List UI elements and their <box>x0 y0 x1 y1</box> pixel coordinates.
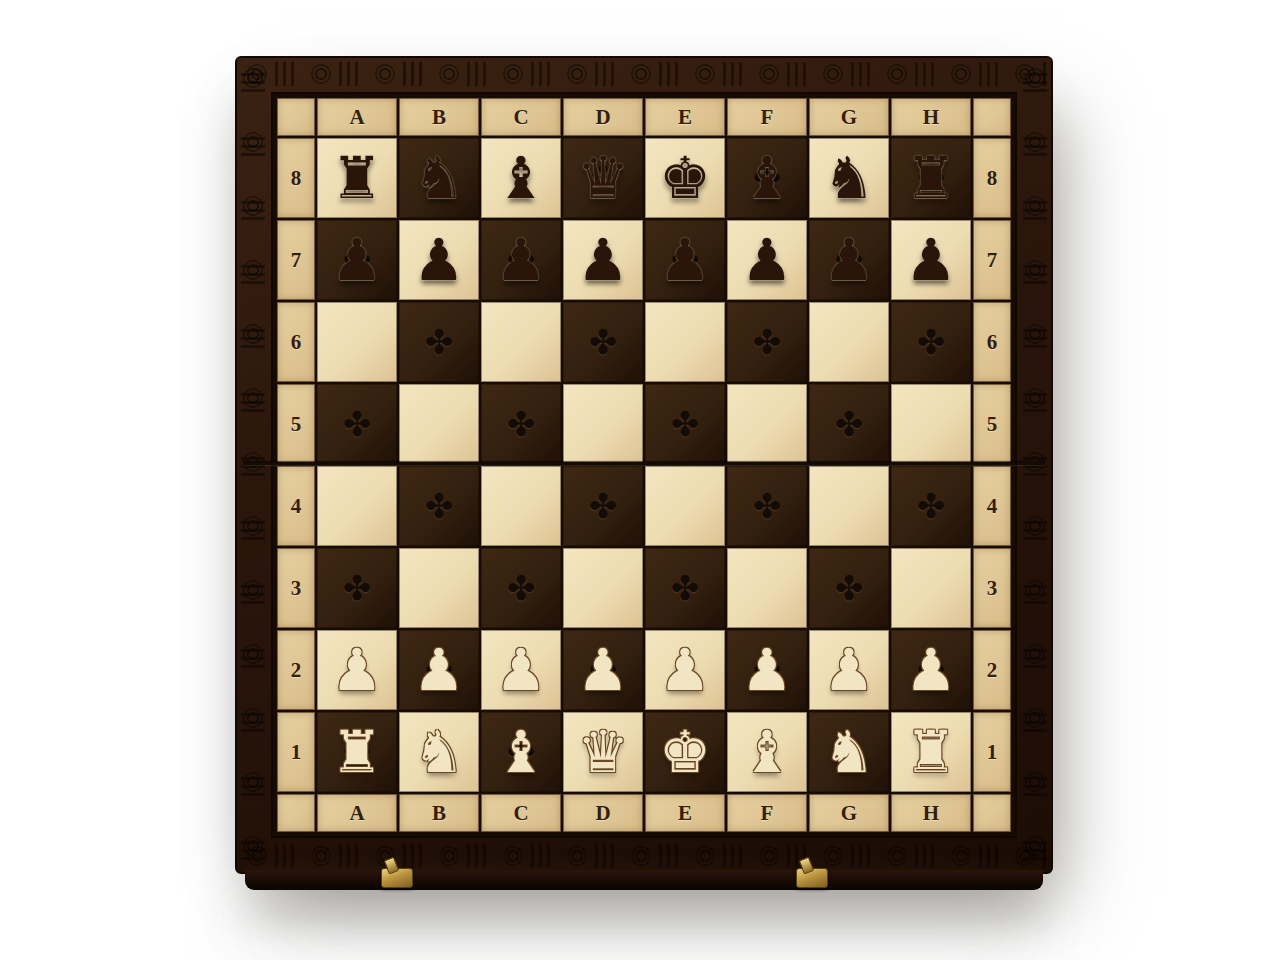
rank-label-4-right: 4 <box>973 466 1011 546</box>
square-g3[interactable] <box>809 548 889 628</box>
black-queen-d8[interactable]: ♛ <box>577 149 629 207</box>
black-pawn-e7[interactable]: ♟ <box>659 231 711 289</box>
white-knight-b1[interactable]: ♞ <box>413 723 465 781</box>
file-label-f-bottom: F <box>727 794 807 832</box>
square-e3[interactable] <box>645 548 725 628</box>
square-e5[interactable] <box>645 384 725 464</box>
square-c2[interactable]: ♟ <box>481 630 561 710</box>
rank-label-6-right: 6 <box>973 302 1011 382</box>
square-c1[interactable]: ♝ <box>481 712 561 792</box>
square-b1[interactable]: ♞ <box>399 712 479 792</box>
rank-label-7-right: 7 <box>973 220 1011 300</box>
square-e7[interactable]: ♟ <box>645 220 725 300</box>
rim-carving-left <box>241 62 265 868</box>
square-c7[interactable]: ♟ <box>481 220 561 300</box>
rank-label-1-left: 1 <box>277 712 315 792</box>
band-corner <box>277 98 315 136</box>
square-e6[interactable] <box>645 302 725 382</box>
square-a6[interactable] <box>317 302 397 382</box>
square-f3[interactable] <box>727 548 807 628</box>
white-pawn-c2[interactable]: ♟ <box>495 641 547 699</box>
file-label-d-bottom: D <box>563 794 643 832</box>
black-rook-h8[interactable]: ♜ <box>905 149 957 207</box>
file-label-c-top: C <box>481 98 561 136</box>
square-h3[interactable] <box>891 548 971 628</box>
rank-label-4-left: 4 <box>277 466 315 546</box>
square-c8[interactable]: ♝ <box>481 138 561 218</box>
square-f5[interactable] <box>727 384 807 464</box>
square-a8[interactable]: ♜ <box>317 138 397 218</box>
white-pawn-d2[interactable]: ♟ <box>577 641 629 699</box>
fold-seam <box>243 462 1045 465</box>
square-d5[interactable] <box>563 384 643 464</box>
square-a2[interactable]: ♟ <box>317 630 397 710</box>
square-f1[interactable]: ♝ <box>727 712 807 792</box>
square-b3[interactable] <box>399 548 479 628</box>
black-pawn-c7[interactable]: ♟ <box>495 231 547 289</box>
white-pawn-b2[interactable]: ♟ <box>413 641 465 699</box>
band-corner <box>973 794 1011 832</box>
square-h7[interactable]: ♟ <box>891 220 971 300</box>
square-c6[interactable] <box>481 302 561 382</box>
file-label-b-top: B <box>399 98 479 136</box>
black-bishop-f8[interactable]: ♝ <box>741 149 793 207</box>
file-label-b-bottom: B <box>399 794 479 832</box>
square-b8[interactable]: ♞ <box>399 138 479 218</box>
square-g8[interactable]: ♞ <box>809 138 889 218</box>
white-pawn-h2[interactable]: ♟ <box>905 641 957 699</box>
square-a3[interactable] <box>317 548 397 628</box>
file-label-h-top: H <box>891 98 971 136</box>
square-g5[interactable] <box>809 384 889 464</box>
file-label-g-top: G <box>809 98 889 136</box>
square-c3[interactable] <box>481 548 561 628</box>
file-label-a-bottom: A <box>317 794 397 832</box>
black-pawn-a7[interactable]: ♟ <box>331 231 383 289</box>
file-label-h-bottom: H <box>891 794 971 832</box>
rank-label-1-right: 1 <box>973 712 1011 792</box>
square-b6[interactable] <box>399 302 479 382</box>
band-corner <box>973 98 1011 136</box>
rank-label-7-left: 7 <box>277 220 315 300</box>
square-f6[interactable] <box>727 302 807 382</box>
chess-board: ABCDEFGH8♜♞♝♛♚♝♞♜87♟♟♟♟♟♟♟♟7665544332♟♟♟… <box>235 56 1053 874</box>
square-d7[interactable]: ♟ <box>563 220 643 300</box>
square-c4[interactable] <box>481 466 561 546</box>
file-label-d-top: D <box>563 98 643 136</box>
file-label-a-top: A <box>317 98 397 136</box>
band-corner <box>277 794 315 832</box>
black-knight-g8[interactable]: ♞ <box>823 149 875 207</box>
square-d3[interactable] <box>563 548 643 628</box>
square-a1[interactable]: ♜ <box>317 712 397 792</box>
square-b2[interactable]: ♟ <box>399 630 479 710</box>
square-f8[interactable]: ♝ <box>727 138 807 218</box>
square-e1[interactable]: ♚ <box>645 712 725 792</box>
rank-label-5-left: 5 <box>277 384 315 464</box>
white-bishop-f1[interactable]: ♝ <box>741 723 793 781</box>
square-b4[interactable] <box>399 466 479 546</box>
rank-label-6-left: 6 <box>277 302 315 382</box>
black-bishop-c8[interactable]: ♝ <box>495 149 547 207</box>
rank-label-8-left: 8 <box>277 138 315 218</box>
black-pawn-b7[interactable]: ♟ <box>413 231 465 289</box>
square-f4[interactable] <box>727 466 807 546</box>
page-background: ABCDEFGH8♜♞♝♛♚♝♞♜87♟♟♟♟♟♟♟♟7665544332♟♟♟… <box>0 0 1280 960</box>
brass-clasp-left <box>381 868 413 888</box>
black-pawn-h7[interactable]: ♟ <box>905 231 957 289</box>
rank-label-3-left: 3 <box>277 548 315 628</box>
square-h6[interactable] <box>891 302 971 382</box>
square-d8[interactable]: ♛ <box>563 138 643 218</box>
white-pawn-g2[interactable]: ♟ <box>823 641 875 699</box>
square-b5[interactable] <box>399 384 479 464</box>
file-label-e-top: E <box>645 98 725 136</box>
black-rook-a8[interactable]: ♜ <box>331 149 383 207</box>
square-h8[interactable]: ♜ <box>891 138 971 218</box>
square-h1[interactable]: ♜ <box>891 712 971 792</box>
white-bishop-c1[interactable]: ♝ <box>495 723 547 781</box>
square-f2[interactable]: ♟ <box>727 630 807 710</box>
white-queen-d1[interactable]: ♛ <box>577 723 629 781</box>
rank-label-2-right: 2 <box>973 630 1011 710</box>
square-f7[interactable]: ♟ <box>727 220 807 300</box>
white-knight-g1[interactable]: ♞ <box>823 723 875 781</box>
white-pawn-f2[interactable]: ♟ <box>741 641 793 699</box>
rank-label-3-right: 3 <box>973 548 1011 628</box>
square-g1[interactable]: ♞ <box>809 712 889 792</box>
brass-clasp-right <box>796 868 828 888</box>
square-d6[interactable] <box>563 302 643 382</box>
white-pawn-e2[interactable]: ♟ <box>659 641 711 699</box>
rim-carving-bottom <box>241 844 1047 868</box>
square-b7[interactable]: ♟ <box>399 220 479 300</box>
square-e2[interactable]: ♟ <box>645 630 725 710</box>
white-rook-h1[interactable]: ♜ <box>905 723 957 781</box>
square-g6[interactable] <box>809 302 889 382</box>
white-king-e1[interactable]: ♚ <box>659 723 711 781</box>
rank-label-8-right: 8 <box>973 138 1011 218</box>
rank-label-2-left: 2 <box>277 630 315 710</box>
black-pawn-g7[interactable]: ♟ <box>823 231 875 289</box>
rank-label-5-right: 5 <box>973 384 1011 464</box>
rim-carving-top <box>241 62 1047 86</box>
square-d2[interactable]: ♟ <box>563 630 643 710</box>
file-label-f-top: F <box>727 98 807 136</box>
square-d1[interactable]: ♛ <box>563 712 643 792</box>
board-grid: ABCDEFGH8♜♞♝♛♚♝♞♜87♟♟♟♟♟♟♟♟7665544332♟♟♟… <box>271 92 1017 838</box>
square-h4[interactable] <box>891 466 971 546</box>
square-a4[interactable] <box>317 466 397 546</box>
square-e4[interactable] <box>645 466 725 546</box>
square-c5[interactable] <box>481 384 561 464</box>
square-g4[interactable] <box>809 466 889 546</box>
white-rook-a1[interactable]: ♜ <box>331 723 383 781</box>
square-g2[interactable]: ♟ <box>809 630 889 710</box>
file-label-e-bottom: E <box>645 794 725 832</box>
file-label-g-bottom: G <box>809 794 889 832</box>
white-pawn-a2[interactable]: ♟ <box>331 641 383 699</box>
black-knight-b8[interactable]: ♞ <box>413 149 465 207</box>
square-a7[interactable]: ♟ <box>317 220 397 300</box>
black-king-e8[interactable]: ♚ <box>659 149 711 207</box>
black-pawn-d7[interactable]: ♟ <box>577 231 629 289</box>
board-bottom-edge <box>245 870 1043 890</box>
square-h5[interactable] <box>891 384 971 464</box>
rim-carving-right <box>1023 62 1047 868</box>
square-h2[interactable]: ♟ <box>891 630 971 710</box>
square-d4[interactable] <box>563 466 643 546</box>
square-e8[interactable]: ♚ <box>645 138 725 218</box>
square-a5[interactable] <box>317 384 397 464</box>
black-pawn-f7[interactable]: ♟ <box>741 231 793 289</box>
file-label-c-bottom: C <box>481 794 561 832</box>
square-g7[interactable]: ♟ <box>809 220 889 300</box>
